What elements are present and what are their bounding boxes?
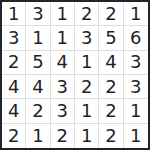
cell-r1c2[interactable]: 3 <box>26 2 50 26</box>
cell-r2c4[interactable]: 3 <box>75 26 99 50</box>
cell-r3c6[interactable]: 3 <box>124 51 148 75</box>
cell-r1c1[interactable]: 1 <box>2 2 26 26</box>
cell-r3c4[interactable]: 1 <box>75 51 99 75</box>
cell-r2c2[interactable]: 1 <box>26 26 50 50</box>
hitori-board: 131221311356254143443223423121212121 <box>0 0 150 150</box>
cell-r6c6[interactable]: 1 <box>124 124 148 148</box>
cell-r5c2[interactable]: 2 <box>26 99 50 123</box>
cell-r1c5[interactable]: 2 <box>99 2 123 26</box>
cell-r4c6[interactable]: 3 <box>124 75 148 99</box>
cell-r3c3[interactable]: 4 <box>51 51 75 75</box>
cell-r6c4[interactable]: 1 <box>75 124 99 148</box>
cell-r4c1[interactable]: 4 <box>2 75 26 99</box>
cell-r1c6[interactable]: 1 <box>124 2 148 26</box>
cell-r4c5[interactable]: 2 <box>99 75 123 99</box>
cell-r5c3[interactable]: 3 <box>51 99 75 123</box>
cell-r5c1[interactable]: 4 <box>2 99 26 123</box>
cell-r2c5[interactable]: 5 <box>99 26 123 50</box>
cell-r1c3[interactable]: 1 <box>51 2 75 26</box>
cell-r6c2[interactable]: 1 <box>26 124 50 148</box>
cell-r5c6[interactable]: 1 <box>124 99 148 123</box>
cell-r3c1[interactable]: 2 <box>2 51 26 75</box>
cell-r6c5[interactable]: 2 <box>99 124 123 148</box>
cell-r5c5[interactable]: 2 <box>99 99 123 123</box>
cell-r4c4[interactable]: 2 <box>75 75 99 99</box>
cell-r2c1[interactable]: 3 <box>2 26 26 50</box>
cell-r6c1[interactable]: 2 <box>2 124 26 148</box>
cell-r4c3[interactable]: 3 <box>51 75 75 99</box>
cell-r6c3[interactable]: 2 <box>51 124 75 148</box>
cell-r5c4[interactable]: 1 <box>75 99 99 123</box>
cell-r4c2[interactable]: 4 <box>26 75 50 99</box>
cell-r3c2[interactable]: 5 <box>26 51 50 75</box>
cell-r2c3[interactable]: 1 <box>51 26 75 50</box>
cell-r2c6[interactable]: 6 <box>124 26 148 50</box>
cell-r3c5[interactable]: 4 <box>99 51 123 75</box>
cell-r1c4[interactable]: 2 <box>75 2 99 26</box>
